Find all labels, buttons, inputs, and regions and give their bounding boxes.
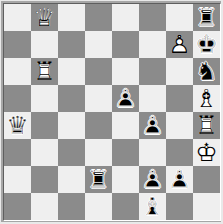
- black-king-glyph: ♚: [193, 31, 220, 58]
- black-rook-glyph: ♜: [85, 166, 112, 193]
- square-d1[interactable]: [85, 193, 112, 220]
- square-d2[interactable]: ♜♖: [85, 166, 112, 193]
- square-h2[interactable]: [193, 166, 220, 193]
- piece-black-bishop-f1[interactable]: ♝♗: [139, 193, 166, 220]
- square-a4[interactable]: ♛♕: [4, 112, 31, 139]
- square-g7[interactable]: ♟♙: [166, 31, 193, 58]
- square-f5[interactable]: [139, 85, 166, 112]
- square-g4[interactable]: [166, 112, 193, 139]
- square-b7[interactable]: [31, 31, 58, 58]
- square-d4[interactable]: [85, 112, 112, 139]
- piece-white-queen-b8[interactable]: ♛♕: [31, 4, 58, 31]
- black-bishop-outline: ♗: [139, 193, 166, 220]
- black-pawn-outline: ♙: [166, 166, 193, 193]
- piece-black-pawn-f4[interactable]: ♟♙: [139, 112, 166, 139]
- black-bishop-glyph: ♝: [139, 193, 166, 220]
- white-bishop-glyph: ♝: [193, 85, 220, 112]
- white-pawn-outline: ♙: [166, 31, 193, 58]
- square-g2[interactable]: ♟♙: [166, 166, 193, 193]
- square-b1[interactable]: [31, 193, 58, 220]
- black-pawn-glyph: ♟: [139, 166, 166, 193]
- square-e7[interactable]: [112, 31, 139, 58]
- piece-black-queen-a4[interactable]: ♛♕: [4, 112, 31, 139]
- piece-white-king-h3[interactable]: ♚♔: [193, 139, 220, 166]
- square-d8[interactable]: [85, 4, 112, 31]
- black-pawn-glyph: ♟: [166, 166, 193, 193]
- white-queen-outline: ♕: [31, 4, 58, 31]
- square-a6[interactable]: [4, 58, 31, 85]
- black-rook-outline: ♖: [85, 166, 112, 193]
- white-rook-outline: ♖: [193, 112, 220, 139]
- piece-black-rook-h8[interactable]: ♜♖: [193, 4, 220, 31]
- piece-white-rook-b6[interactable]: ♜♖: [31, 58, 58, 85]
- square-c2[interactable]: [58, 166, 85, 193]
- square-f6[interactable]: [139, 58, 166, 85]
- square-e5[interactable]: ♟♙: [112, 85, 139, 112]
- square-g1[interactable]: [166, 193, 193, 220]
- square-g8[interactable]: [166, 4, 193, 31]
- square-e2[interactable]: [112, 166, 139, 193]
- square-a3[interactable]: [4, 139, 31, 166]
- white-queen-glyph: ♛: [31, 4, 58, 31]
- square-h7[interactable]: ♚♔: [193, 31, 220, 58]
- black-knight-outline: ♘: [193, 58, 220, 85]
- square-h1[interactable]: [193, 193, 220, 220]
- square-f7[interactable]: [139, 31, 166, 58]
- square-a1[interactable]: [4, 193, 31, 220]
- white-king-glyph: ♚: [193, 139, 220, 166]
- piece-white-rook-h4[interactable]: ♜♖: [193, 112, 220, 139]
- square-b3[interactable]: [31, 139, 58, 166]
- square-f8[interactable]: [139, 4, 166, 31]
- white-rook-glyph: ♜: [193, 112, 220, 139]
- square-a8[interactable]: [4, 4, 31, 31]
- black-knight-glyph: ♞: [193, 58, 220, 85]
- square-d6[interactable]: [85, 58, 112, 85]
- square-g5[interactable]: [166, 85, 193, 112]
- black-pawn-outline: ♙: [139, 112, 166, 139]
- square-e4[interactable]: [112, 112, 139, 139]
- white-pawn-glyph: ♟: [166, 31, 193, 58]
- black-rook-outline: ♖: [193, 4, 220, 31]
- square-f4[interactable]: ♟♙: [139, 112, 166, 139]
- square-c5[interactable]: [58, 85, 85, 112]
- black-queen-outline: ♕: [4, 112, 31, 139]
- black-king-outline: ♔: [193, 31, 220, 58]
- square-f2[interactable]: ♟♙: [139, 166, 166, 193]
- square-d3[interactable]: [85, 139, 112, 166]
- square-c3[interactable]: [58, 139, 85, 166]
- square-e8[interactable]: [112, 4, 139, 31]
- square-a7[interactable]: [4, 31, 31, 58]
- square-b5[interactable]: [31, 85, 58, 112]
- piece-black-pawn-e5[interactable]: ♟♙: [112, 85, 139, 112]
- square-d7[interactable]: [85, 31, 112, 58]
- black-pawn-outline: ♙: [112, 85, 139, 112]
- square-d5[interactable]: [85, 85, 112, 112]
- square-h6[interactable]: ♞♘: [193, 58, 220, 85]
- square-c8[interactable]: [58, 4, 85, 31]
- square-h8[interactable]: ♜♖: [193, 4, 220, 31]
- black-pawn-outline: ♙: [139, 166, 166, 193]
- piece-black-rook-d2[interactable]: ♜♖: [85, 166, 112, 193]
- chess-app-window: ♛♕♜♖♟♙♚♔♜♖♞♘♟♙♝♗♛♕♟♙♜♖♚♔♜♖♟♙♟♙♝♗: [0, 0, 223, 224]
- square-c7[interactable]: [58, 31, 85, 58]
- square-b2[interactable]: [31, 166, 58, 193]
- black-pawn-glyph: ♟: [112, 85, 139, 112]
- square-e1[interactable]: [112, 193, 139, 220]
- black-queen-glyph: ♛: [4, 112, 31, 139]
- piece-white-bishop-h5[interactable]: ♝♗: [193, 85, 220, 112]
- white-rook-glyph: ♜: [31, 58, 58, 85]
- white-bishop-outline: ♗: [193, 85, 220, 112]
- piece-black-pawn-g2[interactable]: ♟♙: [166, 166, 193, 193]
- piece-black-pawn-f2[interactable]: ♟♙: [139, 166, 166, 193]
- square-b4[interactable]: [31, 112, 58, 139]
- square-b8[interactable]: ♛♕: [31, 4, 58, 31]
- square-e6[interactable]: [112, 58, 139, 85]
- square-g3[interactable]: [166, 139, 193, 166]
- chess-board: ♛♕♜♖♟♙♚♔♜♖♞♘♟♙♝♗♛♕♟♙♜♖♚♔♜♖♟♙♟♙♝♗: [3, 3, 221, 221]
- square-a5[interactable]: [4, 85, 31, 112]
- square-a2[interactable]: [4, 166, 31, 193]
- white-rook-outline: ♖: [31, 58, 58, 85]
- square-c6[interactable]: [58, 58, 85, 85]
- piece-white-pawn-g7[interactable]: ♟♙: [166, 31, 193, 58]
- piece-black-king-h7[interactable]: ♚♔: [193, 31, 220, 58]
- square-c1[interactable]: [58, 193, 85, 220]
- square-e3[interactable]: [112, 139, 139, 166]
- square-h3[interactable]: ♚♔: [193, 139, 220, 166]
- piece-black-knight-h6[interactable]: ♞♘: [193, 58, 220, 85]
- black-pawn-glyph: ♟: [139, 112, 166, 139]
- square-f3[interactable]: [139, 139, 166, 166]
- square-h5[interactable]: ♝♗: [193, 85, 220, 112]
- square-f1[interactable]: ♝♗: [139, 193, 166, 220]
- black-rook-glyph: ♜: [193, 4, 220, 31]
- square-g6[interactable]: [166, 58, 193, 85]
- square-h4[interactable]: ♜♖: [193, 112, 220, 139]
- square-b6[interactable]: ♜♖: [31, 58, 58, 85]
- white-king-outline: ♔: [193, 139, 220, 166]
- square-c4[interactable]: [58, 112, 85, 139]
